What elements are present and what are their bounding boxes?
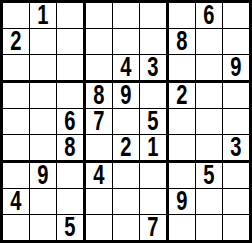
cell-r1c1[interactable] [3, 3, 30, 29]
cell-r8c2[interactable] [30, 189, 57, 215]
cell-r7c4[interactable]: 4 [86, 163, 113, 189]
cell-r6c5[interactable]: 2 [113, 135, 140, 163]
cell-r6c8[interactable] [196, 135, 223, 163]
cell-r7c6[interactable] [140, 163, 169, 189]
given-digit: 3 [230, 135, 241, 162]
cell-r7c7[interactable] [169, 163, 196, 189]
cell-r8c3[interactable] [57, 189, 86, 215]
cell-r4c6[interactable] [140, 83, 169, 109]
cell-r9c3[interactable]: 5 [57, 215, 86, 240]
cell-r1c2[interactable]: 1 [30, 3, 57, 29]
cell-r4c7[interactable]: 2 [169, 83, 196, 109]
cell-r2c3[interactable] [57, 29, 86, 55]
cell-r9c4[interactable] [86, 215, 113, 240]
given-digit: 9 [120, 83, 131, 109]
cell-r3c5[interactable]: 4 [113, 55, 140, 83]
cell-r4c2[interactable] [30, 83, 57, 109]
cell-r9c5[interactable] [113, 215, 140, 240]
cell-r8c4[interactable] [86, 189, 113, 215]
given-digit: 9 [37, 163, 48, 189]
given-digit: 4 [10, 189, 21, 215]
cell-r6c3[interactable]: 8 [57, 135, 86, 163]
cell-r6c2[interactable] [30, 135, 57, 163]
given-digit: 4 [120, 55, 131, 82]
cell-r1c3[interactable] [57, 3, 86, 29]
cell-r3c3[interactable] [57, 55, 86, 83]
cell-r3c9[interactable]: 9 [223, 55, 249, 83]
cell-r1c6[interactable] [140, 3, 169, 29]
cell-r6c9[interactable]: 3 [223, 135, 249, 163]
cell-r2c2[interactable] [30, 29, 57, 55]
cell-r7c8[interactable]: 5 [196, 163, 223, 189]
given-digit: 8 [176, 29, 187, 55]
given-digit: 2 [120, 135, 131, 162]
cell-r4c5[interactable]: 9 [113, 83, 140, 109]
cell-r6c7[interactable] [169, 135, 196, 163]
given-digit: 5 [147, 109, 158, 135]
cell-r9c8[interactable] [196, 215, 223, 240]
given-digit: 9 [230, 55, 241, 82]
cell-r5c4[interactable]: 7 [86, 109, 113, 135]
cell-r5c8[interactable] [196, 109, 223, 135]
cell-r8c9[interactable] [223, 189, 249, 215]
cell-r1c9[interactable] [223, 3, 249, 29]
cell-r2c1[interactable]: 2 [3, 29, 30, 55]
cell-r8c7[interactable]: 9 [169, 189, 196, 215]
given-digit: 2 [176, 83, 187, 109]
given-digit: 5 [64, 215, 75, 240]
cell-r7c2[interactable]: 9 [30, 163, 57, 189]
cell-r6c6[interactable]: 1 [140, 135, 169, 163]
cell-r2c6[interactable] [140, 29, 169, 55]
cell-r2c4[interactable] [86, 29, 113, 55]
cell-r5c3[interactable]: 6 [57, 109, 86, 135]
cell-r4c3[interactable] [57, 83, 86, 109]
cell-r6c4[interactable] [86, 135, 113, 163]
cell-r3c1[interactable] [3, 55, 30, 83]
given-digit: 1 [37, 3, 48, 29]
cell-r2c7[interactable]: 8 [169, 29, 196, 55]
given-digit: 9 [176, 189, 187, 215]
cell-r7c5[interactable] [113, 163, 140, 189]
cell-r7c1[interactable] [3, 163, 30, 189]
given-digit: 2 [10, 29, 21, 55]
cell-r6c1[interactable] [3, 135, 30, 163]
cell-r9c6[interactable]: 7 [140, 215, 169, 240]
given-digit: 3 [147, 55, 158, 82]
given-digit: 6 [64, 109, 75, 135]
cell-r5c5[interactable] [113, 109, 140, 135]
cell-r8c5[interactable] [113, 189, 140, 215]
cell-r8c1[interactable]: 4 [3, 189, 30, 215]
cell-r5c7[interactable] [169, 109, 196, 135]
cell-r3c4[interactable] [86, 55, 113, 83]
cell-r2c8[interactable] [196, 29, 223, 55]
cell-r8c8[interactable] [196, 189, 223, 215]
given-digit: 8 [64, 135, 75, 162]
cell-r9c1[interactable] [3, 215, 30, 240]
cell-r4c9[interactable] [223, 83, 249, 109]
cell-r1c5[interactable] [113, 3, 140, 29]
cell-r2c5[interactable] [113, 29, 140, 55]
cell-r1c7[interactable] [169, 3, 196, 29]
cell-r3c2[interactable] [30, 55, 57, 83]
given-digit: 4 [93, 163, 104, 189]
cell-r5c6[interactable]: 5 [140, 109, 169, 135]
given-digit: 8 [93, 83, 104, 109]
given-digit: 1 [147, 135, 158, 162]
cell-r3c7[interactable] [169, 55, 196, 83]
cell-r2c9[interactable] [223, 29, 249, 55]
cell-r5c1[interactable] [3, 109, 30, 135]
cell-r9c9[interactable] [223, 215, 249, 240]
given-digit: 7 [93, 109, 104, 135]
cell-r5c9[interactable] [223, 109, 249, 135]
cell-r4c8[interactable] [196, 83, 223, 109]
cell-r8c6[interactable] [140, 189, 169, 215]
cell-r4c4[interactable]: 8 [86, 83, 113, 109]
cell-r4c1[interactable] [3, 83, 30, 109]
cell-r1c8[interactable]: 6 [196, 3, 223, 29]
cell-r5c2[interactable] [30, 109, 57, 135]
cell-r9c2[interactable] [30, 215, 57, 240]
sudoku-puzzle: 162843989267582139454957 [0, 0, 252, 243]
cell-r7c3[interactable] [57, 163, 86, 189]
cell-r1c4[interactable] [86, 3, 113, 29]
cell-r9c7[interactable] [169, 215, 196, 240]
sudoku-board: 162843989267582139454957 [0, 0, 252, 243]
given-digit: 6 [203, 3, 214, 29]
given-digit: 7 [147, 215, 158, 240]
cell-r7c9[interactable] [223, 163, 249, 189]
given-digit: 5 [203, 163, 214, 189]
cell-r3c6[interactable]: 3 [140, 55, 169, 83]
cell-r3c8[interactable] [196, 55, 223, 83]
